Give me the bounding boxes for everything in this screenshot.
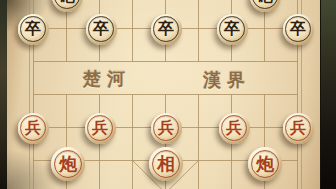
piece-character: 兵 bbox=[18, 113, 49, 144]
piece-character: 兵 bbox=[85, 113, 116, 144]
piece-red-cannon-b7[interactable]: 炮 bbox=[51, 147, 85, 181]
piece-black-pawn-e3[interactable]: 卒 bbox=[151, 14, 182, 45]
board-right-edge bbox=[321, 0, 336, 189]
piece-black-pawn-a3[interactable]: 卒 bbox=[18, 14, 49, 45]
piece-character: 炮 bbox=[51, 147, 85, 181]
piece-red-pawn-c6[interactable]: 兵 bbox=[85, 113, 116, 144]
piece-red-pawn-i6[interactable]: 兵 bbox=[283, 113, 314, 144]
river-label-han: 漢界 bbox=[203, 70, 251, 90]
piece-character: 砲 bbox=[52, 0, 83, 12]
piece-character: 卒 bbox=[151, 14, 182, 45]
piece-black-pawn-c3[interactable]: 卒 bbox=[86, 14, 117, 45]
piece-character: 兵 bbox=[151, 113, 182, 144]
piece-black-pawn-g3[interactable]: 卒 bbox=[217, 14, 248, 45]
piece-black-cannon-b2[interactable]: 砲 bbox=[52, 0, 83, 12]
piece-red-pawn-e6[interactable]: 兵 bbox=[151, 113, 182, 144]
xiangqi-board: 楚河 漢界 砲砲卒卒卒卒卒兵兵兵兵兵炮相炮 bbox=[0, 0, 336, 189]
piece-character: 卒 bbox=[86, 14, 117, 45]
piece-character: 相 bbox=[149, 147, 183, 181]
piece-character: 卒 bbox=[18, 14, 49, 45]
piece-character: 卒 bbox=[283, 14, 314, 45]
piece-character: 兵 bbox=[283, 113, 314, 144]
piece-character: 炮 bbox=[248, 147, 282, 181]
piece-black-cannon-h2[interactable]: 砲 bbox=[250, 0, 281, 12]
piece-red-pawn-g6[interactable]: 兵 bbox=[219, 113, 250, 144]
river-label-chu: 楚河 bbox=[83, 69, 131, 89]
piece-red-pawn-a6[interactable]: 兵 bbox=[18, 113, 49, 144]
piece-red-elephant-e7[interactable]: 相 bbox=[149, 147, 183, 181]
piece-character: 卒 bbox=[217, 14, 248, 45]
piece-black-pawn-i3[interactable]: 卒 bbox=[283, 14, 314, 45]
piece-character: 砲 bbox=[250, 0, 281, 12]
board-left-edge bbox=[0, 0, 7, 189]
piece-red-cannon-h7[interactable]: 炮 bbox=[248, 147, 282, 181]
piece-character: 兵 bbox=[219, 113, 250, 144]
